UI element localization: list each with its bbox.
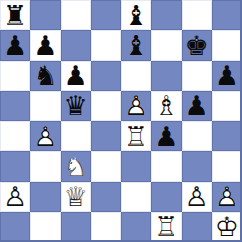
piece-glyph-fill: ♟ xyxy=(30,121,60,151)
piece-glyph-fill: ♞ xyxy=(61,151,91,181)
piece-glyph-fill: ♟ xyxy=(0,30,30,60)
square-d5[interactable] xyxy=(91,91,121,121)
piece-glyph-fill: ♟ xyxy=(182,91,212,121)
square-a7[interactable]: ♟ xyxy=(0,30,30,60)
square-b4[interactable]: ♟♙ xyxy=(30,121,60,151)
square-a8[interactable]: ♜ xyxy=(0,0,30,30)
piece-glyph-outline: ♙ xyxy=(121,91,151,121)
square-a1[interactable] xyxy=(0,212,30,242)
black-bishop-piece[interactable]: ♝ xyxy=(121,30,151,60)
square-e5[interactable]: ♟♙ xyxy=(121,91,151,121)
black-pawn-piece[interactable]: ♟ xyxy=(0,30,30,60)
piece-glyph-outline: ♙ xyxy=(30,121,60,151)
piece-glyph-outline: ♙ xyxy=(182,182,212,212)
square-c6[interactable]: ♟ xyxy=(61,61,91,91)
black-knight-piece[interactable]: ♞ xyxy=(30,61,60,91)
square-b6[interactable]: ♞ xyxy=(30,61,60,91)
piece-glyph-fill: ♝ xyxy=(121,0,151,30)
white-pawn-piece[interactable]: ♟♙ xyxy=(121,91,151,121)
square-d7[interactable] xyxy=(91,30,121,60)
square-e1[interactable] xyxy=(121,212,151,242)
black-rook-piece[interactable]: ♜ xyxy=(0,0,30,30)
piece-glyph-fill: ♛ xyxy=(61,91,91,121)
square-d1[interactable] xyxy=(91,212,121,242)
square-f8[interactable] xyxy=(151,0,181,30)
square-f1[interactable]: ♜♖ xyxy=(151,212,181,242)
square-b8[interactable] xyxy=(30,0,60,30)
square-e7[interactable]: ♝ xyxy=(121,30,151,60)
piece-glyph-fill: ♝ xyxy=(151,91,181,121)
square-f2[interactable] xyxy=(151,182,181,212)
square-h6[interactable]: ♟ xyxy=(212,61,242,91)
piece-glyph-fill: ♟ xyxy=(61,61,91,91)
square-a6[interactable] xyxy=(0,61,30,91)
square-g4[interactable] xyxy=(182,121,212,151)
square-c7[interactable] xyxy=(61,30,91,60)
square-c2[interactable]: ♛♕ xyxy=(61,182,91,212)
square-d8[interactable] xyxy=(91,0,121,30)
white-pawn-piece[interactable]: ♟♙ xyxy=(182,182,212,212)
piece-glyph-fill: ♟ xyxy=(151,121,181,151)
square-f3[interactable] xyxy=(151,151,181,181)
square-c4[interactable] xyxy=(61,121,91,151)
white-queen-piece[interactable]: ♛♕ xyxy=(61,182,91,212)
white-pawn-piece[interactable]: ♟♙ xyxy=(30,121,60,151)
piece-glyph-fill: ♜ xyxy=(0,0,30,30)
piece-glyph-outline: ♔ xyxy=(212,212,242,242)
square-e4[interactable]: ♜♖ xyxy=(121,121,151,151)
piece-glyph-fill: ♟ xyxy=(121,91,151,121)
square-g1[interactable] xyxy=(182,212,212,242)
square-c8[interactable] xyxy=(61,0,91,30)
piece-glyph-fill: ♛ xyxy=(61,182,91,212)
piece-glyph-outline: ♙ xyxy=(212,182,242,212)
square-g5[interactable]: ♟ xyxy=(182,91,212,121)
square-g8[interactable] xyxy=(182,0,212,30)
piece-glyph-fill: ♝ xyxy=(121,30,151,60)
square-e2[interactable] xyxy=(121,182,151,212)
square-h4[interactable] xyxy=(212,121,242,151)
piece-glyph-fill: ♜ xyxy=(151,212,181,242)
piece-glyph-outline: ♖ xyxy=(121,121,151,151)
chess-board: ♜♝♟♟♝♚♞♟♟♛♟♙♝♗♟♟♙♜♖♟♞♘♟♙♛♕♟♙♟♙♜♖♚♔ xyxy=(0,0,242,242)
piece-glyph-fill: ♟ xyxy=(30,30,60,60)
square-b1[interactable] xyxy=(30,212,60,242)
black-pawn-piece[interactable]: ♟ xyxy=(151,121,181,151)
piece-glyph-fill: ♟ xyxy=(212,61,242,91)
piece-glyph-outline: ♕ xyxy=(61,182,91,212)
square-c1[interactable] xyxy=(61,212,91,242)
square-a4[interactable] xyxy=(0,121,30,151)
square-a5[interactable] xyxy=(0,91,30,121)
square-h1[interactable]: ♚♔ xyxy=(212,212,242,242)
white-rook-piece[interactable]: ♜♖ xyxy=(121,121,151,151)
square-h7[interactable] xyxy=(212,30,242,60)
square-e6[interactable] xyxy=(121,61,151,91)
black-pawn-piece[interactable]: ♟ xyxy=(61,61,91,91)
square-h5[interactable] xyxy=(212,91,242,121)
piece-glyph-fill: ♟ xyxy=(212,182,242,212)
black-king-piece[interactable]: ♚ xyxy=(182,30,212,60)
square-g2[interactable]: ♟♙ xyxy=(182,182,212,212)
piece-glyph-outline: ♙ xyxy=(0,182,30,212)
square-b7[interactable]: ♟ xyxy=(30,30,60,60)
square-b2[interactable] xyxy=(30,182,60,212)
white-rook-piece[interactable]: ♜♖ xyxy=(151,212,181,242)
piece-glyph-fill: ♟ xyxy=(182,182,212,212)
square-d6[interactable] xyxy=(91,61,121,91)
square-b3[interactable] xyxy=(30,151,60,181)
white-knight-piece[interactable]: ♞♘ xyxy=(61,151,91,181)
square-e8[interactable]: ♝ xyxy=(121,0,151,30)
square-h3[interactable] xyxy=(212,151,242,181)
black-queen-piece[interactable]: ♛ xyxy=(61,91,91,121)
square-f6[interactable] xyxy=(151,61,181,91)
square-c3[interactable]: ♞♘ xyxy=(61,151,91,181)
piece-glyph-outline: ♖ xyxy=(151,212,181,242)
square-h8[interactable] xyxy=(212,0,242,30)
piece-glyph-fill: ♞ xyxy=(30,61,60,91)
square-g7[interactable]: ♚ xyxy=(182,30,212,60)
piece-glyph-outline: ♗ xyxy=(151,91,181,121)
black-pawn-piece[interactable]: ♟ xyxy=(212,61,242,91)
square-h2[interactable]: ♟♙ xyxy=(212,182,242,212)
white-bishop-piece[interactable]: ♝♗ xyxy=(151,91,181,121)
piece-glyph-outline: ♘ xyxy=(61,151,91,181)
square-f4[interactable]: ♟ xyxy=(151,121,181,151)
white-king-piece[interactable]: ♚♔ xyxy=(212,212,242,242)
piece-glyph-fill: ♚ xyxy=(182,30,212,60)
piece-glyph-fill: ♚ xyxy=(212,212,242,242)
piece-glyph-fill: ♜ xyxy=(121,121,151,151)
white-pawn-piece[interactable]: ♟♙ xyxy=(0,182,30,212)
square-b5[interactable] xyxy=(30,91,60,121)
black-bishop-piece[interactable]: ♝ xyxy=(121,0,151,30)
square-g6[interactable] xyxy=(182,61,212,91)
square-d2[interactable] xyxy=(91,182,121,212)
square-f7[interactable] xyxy=(151,30,181,60)
square-a3[interactable] xyxy=(0,151,30,181)
square-e3[interactable] xyxy=(121,151,151,181)
square-d4[interactable] xyxy=(91,121,121,151)
square-f5[interactable]: ♝♗ xyxy=(151,91,181,121)
square-g3[interactable] xyxy=(182,151,212,181)
white-pawn-piece[interactable]: ♟♙ xyxy=(212,182,242,212)
board-edge-right xyxy=(240,0,242,242)
square-c5[interactable]: ♛ xyxy=(61,91,91,121)
black-pawn-piece[interactable]: ♟ xyxy=(30,30,60,60)
square-d3[interactable] xyxy=(91,151,121,181)
black-pawn-piece[interactable]: ♟ xyxy=(182,91,212,121)
piece-glyph-fill: ♟ xyxy=(0,182,30,212)
square-a2[interactable]: ♟♙ xyxy=(0,182,30,212)
